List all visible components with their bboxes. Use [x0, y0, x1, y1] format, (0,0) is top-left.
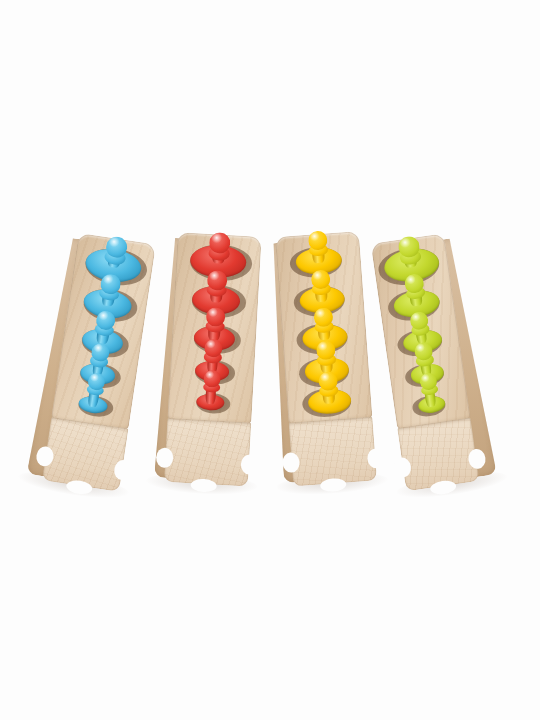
cylinder-block-green	[369, 231, 498, 494]
knob-ball	[205, 306, 225, 326]
cylinder-block-blue	[26, 231, 156, 494]
block-front-face	[42, 417, 129, 492]
knob-ball	[203, 369, 221, 387]
grip-notch-left	[393, 456, 413, 478]
block-front-face	[164, 418, 251, 487]
knob-ball	[317, 371, 337, 391]
grip-notch-right	[113, 459, 133, 481]
grip-notch-left	[156, 447, 174, 468]
knob-ball	[208, 232, 230, 254]
knob-ball	[313, 307, 333, 327]
block-front-face	[397, 417, 479, 491]
grip-notch-right	[367, 448, 385, 469]
knob-ball	[307, 230, 327, 250]
block-front-face	[289, 417, 377, 487]
cylinder-block-yellow	[266, 231, 378, 489]
cylinder-block-red	[154, 232, 262, 489]
grip-notch-left	[282, 452, 300, 473]
product-photo	[0, 0, 540, 720]
knob-ball	[315, 340, 335, 360]
grip-notch-right	[240, 454, 258, 475]
knob-ball	[310, 269, 330, 289]
